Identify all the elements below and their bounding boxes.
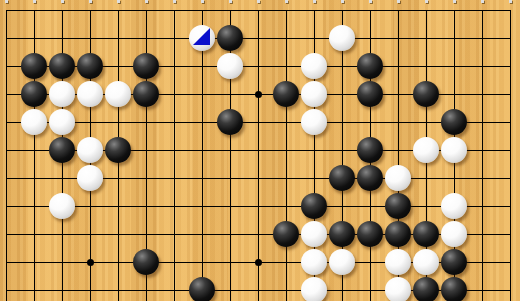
stone-white[interactable]: [49, 109, 75, 135]
go-client-window: [0, 0, 520, 301]
grid-line-horizontal: [6, 38, 511, 39]
star-point: [255, 259, 262, 266]
stone-black[interactable]: [21, 53, 47, 79]
grid-line-vertical: [510, 10, 511, 301]
stone-black[interactable]: [413, 221, 439, 247]
grid-line-vertical: [202, 10, 203, 301]
stone-white[interactable]: [301, 249, 327, 275]
stone-black[interactable]: [133, 249, 159, 275]
stone-black[interactable]: [217, 109, 243, 135]
stone-black[interactable]: [49, 137, 75, 163]
star-point: [87, 259, 94, 266]
grid-line-horizontal: [6, 122, 511, 123]
stone-white[interactable]: [441, 137, 467, 163]
stone-white[interactable]: [385, 165, 411, 191]
stone-black[interactable]: [385, 221, 411, 247]
cropped-coordinate-tick: [313, 0, 316, 3]
stone-white[interactable]: [49, 193, 75, 219]
stone-black[interactable]: [21, 81, 47, 107]
cropped-coordinate-tick: [145, 0, 148, 3]
stone-black[interactable]: [357, 165, 383, 191]
grid-line-vertical: [258, 10, 259, 301]
stone-black[interactable]: [217, 25, 243, 51]
cropped-coordinate-tick: [285, 0, 288, 3]
cropped-coordinate-tick: [509, 0, 512, 3]
grid-line-vertical: [174, 10, 175, 301]
cropped-coordinate-tick: [257, 0, 260, 3]
cropped-coordinate-tick: [61, 0, 64, 3]
stone-black[interactable]: [385, 193, 411, 219]
stone-black[interactable]: [301, 193, 327, 219]
stone-black[interactable]: [273, 81, 299, 107]
stone-white[interactable]: [385, 249, 411, 275]
stone-black[interactable]: [273, 221, 299, 247]
grid-line-vertical: [482, 10, 483, 301]
grid-line-horizontal: [6, 206, 511, 207]
cropped-coordinate-tick: [201, 0, 204, 3]
cropped-coordinate-tick: [173, 0, 176, 3]
cropped-coordinate-tick: [369, 0, 372, 3]
stone-black[interactable]: [329, 221, 355, 247]
stone-black[interactable]: [49, 53, 75, 79]
stone-white[interactable]: [441, 221, 467, 247]
last-move-triangle-marker: [193, 28, 210, 45]
cropped-coordinate-tick: [5, 0, 8, 3]
stone-white[interactable]: [301, 109, 327, 135]
stone-black[interactable]: [441, 249, 467, 275]
cropped-coordinate-tick: [33, 0, 36, 3]
stone-black[interactable]: [357, 53, 383, 79]
stone-white[interactable]: [105, 81, 131, 107]
cropped-coordinate-tick: [229, 0, 232, 3]
stone-white[interactable]: [329, 249, 355, 275]
stone-white[interactable]: [329, 25, 355, 51]
stone-black[interactable]: [357, 137, 383, 163]
stone-black[interactable]: [413, 81, 439, 107]
stone-white[interactable]: [21, 109, 47, 135]
stone-white[interactable]: [413, 137, 439, 163]
grid-line-vertical: [6, 10, 7, 301]
stone-black[interactable]: [413, 277, 439, 301]
grid-line-horizontal: [6, 10, 511, 11]
stone-white[interactable]: [301, 277, 327, 301]
stone-white[interactable]: [413, 249, 439, 275]
stone-black[interactable]: [329, 165, 355, 191]
stone-white[interactable]: [189, 25, 215, 51]
stone-black[interactable]: [357, 81, 383, 107]
stone-black[interactable]: [133, 53, 159, 79]
cropped-coordinate-tick: [481, 0, 484, 3]
stone-white[interactable]: [49, 81, 75, 107]
stone-black[interactable]: [105, 137, 131, 163]
stone-white[interactable]: [77, 165, 103, 191]
stone-white[interactable]: [385, 277, 411, 301]
cropped-coordinate-tick: [397, 0, 400, 3]
stone-white[interactable]: [301, 221, 327, 247]
cropped-coordinate-tick: [117, 0, 120, 3]
stone-white[interactable]: [77, 81, 103, 107]
stone-white[interactable]: [77, 137, 103, 163]
stone-black[interactable]: [441, 109, 467, 135]
stone-white[interactable]: [441, 193, 467, 219]
stone-black[interactable]: [441, 277, 467, 301]
stone-white[interactable]: [217, 53, 243, 79]
go-board[interactable]: [0, 0, 520, 301]
cropped-coordinate-tick: [453, 0, 456, 3]
stone-black[interactable]: [133, 81, 159, 107]
star-point: [255, 91, 262, 98]
stone-black[interactable]: [77, 53, 103, 79]
cropped-coordinate-tick: [341, 0, 344, 3]
stone-black[interactable]: [357, 221, 383, 247]
stone-white[interactable]: [301, 53, 327, 79]
grid-line-vertical: [286, 10, 287, 301]
cropped-coordinate-tick: [425, 0, 428, 3]
stone-white[interactable]: [301, 81, 327, 107]
stone-black[interactable]: [189, 277, 215, 301]
cropped-coordinate-tick: [89, 0, 92, 3]
